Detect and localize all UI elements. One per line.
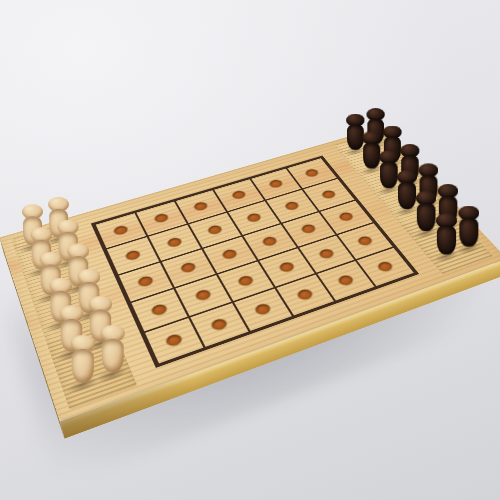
peg-hole-icon (300, 224, 317, 235)
peg-hole-icon (150, 303, 168, 316)
peg-hole-icon (207, 224, 223, 235)
peg-hole-icon (357, 235, 374, 246)
dark-peg-figure (457, 206, 479, 249)
peg-hole-icon (210, 318, 228, 332)
dark-peg-figure (396, 170, 417, 211)
peg-hole-icon (321, 189, 337, 199)
peg-hole-icon (193, 201, 209, 211)
dark-peg-figure (415, 191, 437, 233)
peg-hole-icon (278, 261, 296, 273)
peg-body (71, 349, 93, 383)
peg-hole-icon (194, 289, 212, 302)
peg-hole-icon (304, 168, 320, 178)
peg-body (380, 161, 398, 188)
peg-hole-icon (296, 288, 314, 301)
light-peg-figure (69, 335, 95, 385)
peg-hole-icon (268, 179, 284, 189)
grid-cell[interactable] (217, 261, 275, 302)
peg-body (416, 203, 435, 231)
scene (0, 0, 500, 500)
peg-body (101, 339, 123, 373)
game-board (0, 127, 500, 422)
grid-cell[interactable] (130, 288, 189, 332)
peg-hole-icon (261, 236, 278, 247)
peg-hole-icon (137, 275, 154, 288)
peg-hole-icon (231, 190, 247, 200)
light-peg-figure (99, 325, 124, 375)
peg-hole-icon (165, 333, 184, 347)
peg-hole-icon (284, 201, 300, 211)
peg-body (436, 225, 455, 254)
photo-backdrop (0, 0, 500, 500)
dark-peg-figure (435, 213, 457, 256)
peg-hole-icon (153, 213, 169, 224)
peg-hole-icon (246, 212, 262, 223)
peg-body (459, 218, 478, 247)
peg-body (397, 181, 415, 209)
peg-hole-icon (338, 212, 355, 223)
peg-hole-icon (166, 237, 183, 248)
peg-hole-icon (113, 225, 129, 236)
